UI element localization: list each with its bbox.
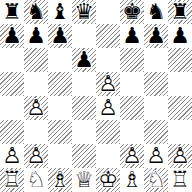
- square-f4[interactable]: [120, 96, 144, 120]
- square-d8[interactable]: ♛♛: [72, 0, 96, 24]
- square-g3[interactable]: [144, 120, 168, 144]
- square-c2[interactable]: [48, 144, 72, 168]
- square-g4[interactable]: [144, 96, 168, 120]
- white-bishop-halo: ♝: [48, 168, 72, 192]
- white-knight-halo: ♞: [144, 168, 168, 192]
- square-d4[interactable]: [72, 96, 96, 120]
- white-pawn-halo: ♟: [96, 72, 120, 96]
- white-pawn-icon: ♙: [168, 144, 192, 168]
- white-king-halo: ♚: [96, 168, 120, 192]
- square-b7[interactable]: ♟♟: [24, 24, 48, 48]
- square-d3[interactable]: [72, 120, 96, 144]
- square-f1[interactable]: ♝♗: [120, 168, 144, 192]
- white-rook-halo: ♜: [0, 168, 24, 192]
- black-knight-icon: ♞: [24, 0, 48, 24]
- square-a4[interactable]: [0, 96, 24, 120]
- white-knight-icon: ♘: [144, 168, 168, 192]
- square-e8[interactable]: [96, 0, 120, 24]
- black-queen-icon: ♛: [72, 0, 96, 24]
- square-g7[interactable]: ♟♟: [144, 24, 168, 48]
- black-pawn-halo: ♟: [144, 24, 168, 48]
- square-h5[interactable]: [168, 72, 192, 96]
- black-knight-halo: ♞: [24, 0, 48, 24]
- black-pawn-halo: ♟: [168, 24, 192, 48]
- black-rook-halo: ♜: [0, 0, 24, 24]
- square-e2[interactable]: [96, 144, 120, 168]
- white-pawn-halo: ♟: [24, 144, 48, 168]
- square-e1[interactable]: ♚♔: [96, 168, 120, 192]
- square-a7[interactable]: ♟♟: [0, 24, 24, 48]
- square-d5[interactable]: [72, 72, 96, 96]
- square-g6[interactable]: [144, 48, 168, 72]
- square-a1[interactable]: ♜♖: [0, 168, 24, 192]
- white-bishop-halo: ♝: [120, 168, 144, 192]
- white-pawn-icon: ♙: [96, 96, 120, 120]
- square-h2[interactable]: ♟♙: [168, 144, 192, 168]
- square-e6[interactable]: [96, 48, 120, 72]
- square-d2[interactable]: [72, 144, 96, 168]
- square-e7[interactable]: [96, 24, 120, 48]
- square-h7[interactable]: ♟♟: [168, 24, 192, 48]
- square-e4[interactable]: ♟♙: [96, 96, 120, 120]
- square-c1[interactable]: ♝♗: [48, 168, 72, 192]
- white-knight-halo: ♞: [24, 168, 48, 192]
- white-pawn-halo: ♟: [168, 144, 192, 168]
- white-queen-halo: ♛: [72, 168, 96, 192]
- square-c7[interactable]: ♟♟: [48, 24, 72, 48]
- square-b3[interactable]: [24, 120, 48, 144]
- square-e5[interactable]: ♟♙: [96, 72, 120, 96]
- square-a8[interactable]: ♜♜: [0, 0, 24, 24]
- black-rook-icon: ♜: [168, 0, 192, 24]
- white-pawn-halo: ♟: [120, 144, 144, 168]
- square-b5[interactable]: [24, 72, 48, 96]
- square-g2[interactable]: ♟♙: [144, 144, 168, 168]
- square-b1[interactable]: ♞♘: [24, 168, 48, 192]
- square-f6[interactable]: [120, 48, 144, 72]
- square-g1[interactable]: ♞♘: [144, 168, 168, 192]
- black-pawn-icon: ♟: [144, 24, 168, 48]
- square-f7[interactable]: ♟♟: [120, 24, 144, 48]
- square-h8[interactable]: ♜♜: [168, 0, 192, 24]
- white-pawn-icon: ♙: [96, 72, 120, 96]
- square-g8[interactable]: ♞♞: [144, 0, 168, 24]
- square-a2[interactable]: ♟♙: [0, 144, 24, 168]
- white-pawn-halo: ♟: [0, 144, 24, 168]
- black-pawn-icon: ♟: [24, 24, 48, 48]
- white-queen-icon: ♕: [72, 168, 96, 192]
- white-bishop-icon: ♗: [48, 168, 72, 192]
- black-pawn-icon: ♟: [120, 24, 144, 48]
- black-pawn-icon: ♟: [48, 24, 72, 48]
- square-d7[interactable]: [72, 24, 96, 48]
- black-pawn-halo: ♟: [72, 48, 96, 72]
- square-g5[interactable]: [144, 72, 168, 96]
- square-f2[interactable]: ♟♙: [120, 144, 144, 168]
- square-b2[interactable]: ♟♙: [24, 144, 48, 168]
- black-queen-halo: ♛: [72, 0, 96, 24]
- square-c6[interactable]: [48, 48, 72, 72]
- chess-board: ♜♜♞♞♝♝♛♛♚♚♞♞♜♜♟♟♟♟♟♟♟♟♟♟♟♟♟♟♟♙♟♙♟♙♟♙♟♙♟♙…: [0, 0, 192, 192]
- black-pawn-icon: ♟: [168, 24, 192, 48]
- black-king-halo: ♚: [120, 0, 144, 24]
- black-rook-icon: ♜: [0, 0, 24, 24]
- square-c4[interactable]: [48, 96, 72, 120]
- square-a6[interactable]: [0, 48, 24, 72]
- white-rook-icon: ♖: [0, 168, 24, 192]
- black-knight-halo: ♞: [144, 0, 168, 24]
- white-pawn-halo: ♟: [24, 96, 48, 120]
- square-f5[interactable]: [120, 72, 144, 96]
- square-h3[interactable]: [168, 120, 192, 144]
- white-king-icon: ♔: [96, 168, 120, 192]
- black-pawn-halo: ♟: [120, 24, 144, 48]
- square-a5[interactable]: [0, 72, 24, 96]
- white-rook-icon: ♖: [168, 168, 192, 192]
- black-pawn-icon: ♟: [72, 48, 96, 72]
- black-bishop-halo: ♝: [48, 0, 72, 24]
- square-e3[interactable]: [96, 120, 120, 144]
- white-pawn-icon: ♙: [24, 96, 48, 120]
- white-rook-halo: ♜: [168, 168, 192, 192]
- white-pawn-icon: ♙: [24, 144, 48, 168]
- black-pawn-halo: ♟: [24, 24, 48, 48]
- square-b4[interactable]: ♟♙: [24, 96, 48, 120]
- white-pawn-halo: ♟: [96, 96, 120, 120]
- white-pawn-icon: ♙: [144, 144, 168, 168]
- square-d6[interactable]: ♟♟: [72, 48, 96, 72]
- black-knight-icon: ♞: [144, 0, 168, 24]
- white-pawn-icon: ♙: [120, 144, 144, 168]
- square-h1[interactable]: ♜♖: [168, 168, 192, 192]
- white-pawn-halo: ♟: [144, 144, 168, 168]
- black-rook-halo: ♜: [168, 0, 192, 24]
- square-f3[interactable]: [120, 120, 144, 144]
- square-h6[interactable]: [168, 48, 192, 72]
- white-knight-icon: ♘: [24, 168, 48, 192]
- white-pawn-icon: ♙: [0, 144, 24, 168]
- white-bishop-icon: ♗: [120, 168, 144, 192]
- black-pawn-icon: ♟: [0, 24, 24, 48]
- square-a3[interactable]: [0, 120, 24, 144]
- square-c3[interactable]: [48, 120, 72, 144]
- square-h4[interactable]: [168, 96, 192, 120]
- black-bishop-icon: ♝: [48, 0, 72, 24]
- square-f8[interactable]: ♚♚: [120, 0, 144, 24]
- square-b8[interactable]: ♞♞: [24, 0, 48, 24]
- square-d1[interactable]: ♛♕: [72, 168, 96, 192]
- square-c8[interactable]: ♝♝: [48, 0, 72, 24]
- black-pawn-halo: ♟: [0, 24, 24, 48]
- black-pawn-halo: ♟: [48, 24, 72, 48]
- square-c5[interactable]: [48, 72, 72, 96]
- black-king-icon: ♚: [120, 0, 144, 24]
- square-b6[interactable]: [24, 48, 48, 72]
